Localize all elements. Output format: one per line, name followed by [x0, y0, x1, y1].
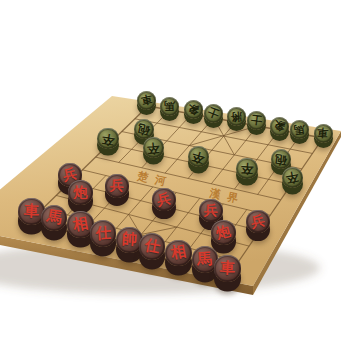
piece-red-cannon[interactable]: 炮: [68, 180, 92, 204]
piece-black-elephant[interactable]: 象: [270, 117, 289, 136]
piece-character: 相: [72, 216, 90, 234]
piece-character: 馬: [46, 209, 63, 226]
piece-red-soldier[interactable]: 兵: [199, 199, 223, 223]
piece-black-elephant[interactable]: 象: [184, 100, 203, 119]
piece-black-soldier[interactable]: 卒: [282, 167, 303, 188]
piece-character: 仕: [95, 225, 111, 241]
piece-character: 炮: [215, 224, 232, 241]
piece-black-horse[interactable]: 馬: [160, 97, 179, 116]
piece-character: 卒: [147, 141, 160, 154]
pieces-layer: 車馬象士將士象馬車砲砲卒卒卒卒卒兵兵兵兵兵炮炮車馬相仕帥仕相馬車: [0, 0, 350, 350]
piece-character: 象: [187, 103, 200, 116]
piece-character: 兵: [110, 179, 124, 193]
piece-character: 士: [206, 106, 220, 120]
piece-character: 卒: [285, 170, 299, 185]
piece-character: 車: [24, 204, 40, 220]
piece-black-soldier[interactable]: 卒: [236, 158, 257, 179]
piece-character: 卒: [241, 162, 254, 175]
piece-red-elephant[interactable]: 相: [165, 240, 191, 266]
piece-red-soldier[interactable]: 兵: [105, 174, 129, 198]
piece-black-advisor[interactable]: 士: [247, 111, 266, 130]
piece-character: 相: [170, 244, 188, 262]
piece-character: 兵: [250, 214, 266, 230]
piece-red-soldier[interactable]: 兵: [152, 188, 176, 212]
piece-character: 砲: [137, 122, 151, 136]
piece-black-soldier[interactable]: 卒: [143, 137, 164, 158]
piece-red-chariot[interactable]: 車: [214, 255, 240, 281]
piece-character: 仕: [144, 238, 161, 255]
piece-red-cannon[interactable]: 炮: [211, 220, 235, 244]
piece-character: 卒: [191, 149, 206, 164]
piece-red-advisor[interactable]: 仕: [139, 233, 165, 259]
piece-character: 帥: [122, 232, 138, 248]
piece-black-chariot[interactable]: 車: [137, 91, 156, 110]
piece-character: 車: [220, 261, 236, 277]
piece-character: 馬: [197, 251, 213, 267]
piece-character: 卒: [101, 132, 115, 146]
piece-red-soldier[interactable]: 兵: [246, 210, 270, 234]
piece-black-chariot[interactable]: 車: [314, 124, 333, 143]
piece-black-cannon[interactable]: 砲: [271, 149, 292, 170]
piece-character: 象: [273, 119, 287, 133]
piece-character: 砲: [274, 153, 287, 166]
piece-character: 車: [317, 127, 329, 139]
piece-character: 兵: [156, 192, 172, 208]
piece-black-soldier[interactable]: 卒: [188, 146, 209, 167]
photo-stage: 楚河 漢界 車馬象士將士象馬車砲砲卒卒卒卒卒兵兵兵兵兵炮炮車馬相仕帥仕相馬車: [0, 0, 350, 350]
piece-character: 車: [140, 93, 153, 106]
piece-character: 馬: [164, 100, 175, 111]
piece-character: 炮: [73, 185, 87, 199]
piece-character: 士: [250, 114, 262, 126]
piece-red-advisor[interactable]: 仕: [90, 220, 116, 246]
piece-black-general[interactable]: 將: [227, 107, 246, 126]
piece-black-soldier[interactable]: 卒: [97, 128, 118, 149]
piece-black-advisor[interactable]: 士: [204, 104, 223, 123]
piece-character: 馬: [293, 123, 305, 135]
piece-character: 將: [231, 111, 243, 123]
piece-red-horse[interactable]: 馬: [41, 205, 67, 231]
piece-character: 兵: [204, 204, 218, 218]
piece-black-horse[interactable]: 馬: [290, 120, 309, 139]
